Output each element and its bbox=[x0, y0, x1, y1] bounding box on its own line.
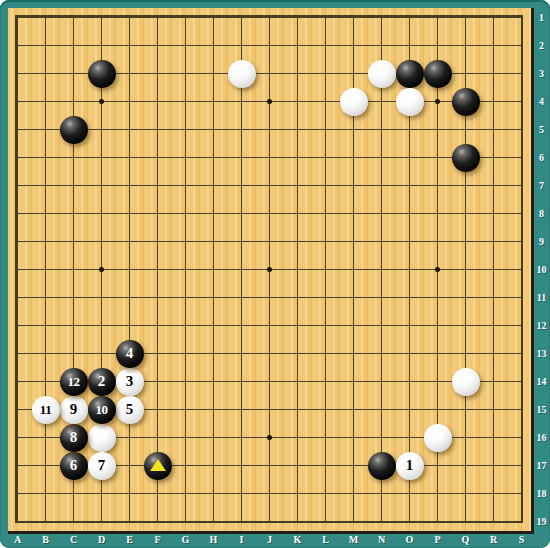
stone-black-p3 bbox=[424, 60, 452, 88]
stone-white-b15: 11 bbox=[32, 396, 60, 424]
row-label-8: 8 bbox=[534, 207, 549, 221]
row-label-10: 10 bbox=[534, 263, 549, 277]
star-point bbox=[435, 267, 440, 272]
column-label-i: I bbox=[240, 533, 244, 547]
row-label-2: 2 bbox=[534, 39, 549, 53]
column-label-d: D bbox=[98, 533, 105, 547]
go-diagram-window: 123456789101112 ABCDEFGHIJKLMNOPQRS12345… bbox=[0, 0, 550, 548]
stone-black-c5 bbox=[60, 116, 88, 144]
star-point bbox=[267, 435, 272, 440]
column-label-a: A bbox=[14, 533, 21, 547]
move-number-6: 6 bbox=[70, 458, 78, 473]
column-label-o: O bbox=[406, 533, 414, 547]
row-label-1: 1 bbox=[534, 11, 549, 25]
stone-white-i3 bbox=[228, 60, 256, 88]
row-label-19: 19 bbox=[534, 515, 549, 529]
stone-white-e14: 3 bbox=[116, 368, 144, 396]
row-label-3: 3 bbox=[534, 67, 549, 81]
row-label-11: 11 bbox=[534, 291, 549, 305]
row-label-12: 12 bbox=[534, 319, 549, 333]
column-label-j: J bbox=[267, 533, 272, 547]
row-label-15: 15 bbox=[534, 403, 549, 417]
stone-black-q6 bbox=[452, 144, 480, 172]
stone-black-c14: 12 bbox=[60, 368, 88, 396]
star-point bbox=[99, 99, 104, 104]
star-point bbox=[267, 99, 272, 104]
column-label-n: N bbox=[378, 533, 385, 547]
column-label-m: M bbox=[349, 533, 358, 547]
stone-black-o3 bbox=[396, 60, 424, 88]
row-label-16: 16 bbox=[534, 431, 549, 445]
column-label-q: Q bbox=[462, 533, 470, 547]
star-point bbox=[99, 267, 104, 272]
column-label-l: L bbox=[322, 533, 329, 547]
column-label-k: K bbox=[294, 533, 302, 547]
row-label-5: 5 bbox=[534, 123, 549, 137]
column-label-h: H bbox=[210, 533, 218, 547]
move-number-5: 5 bbox=[126, 402, 134, 417]
row-label-7: 7 bbox=[534, 179, 549, 193]
stone-white-q14 bbox=[452, 368, 480, 396]
column-label-e: E bbox=[126, 533, 133, 547]
star-point bbox=[267, 267, 272, 272]
stone-black-q4 bbox=[452, 88, 480, 116]
stone-black-c16: 8 bbox=[60, 424, 88, 452]
stone-black-d3 bbox=[88, 60, 116, 88]
row-label-18: 18 bbox=[534, 487, 549, 501]
move-number-8: 8 bbox=[70, 430, 78, 445]
stone-white-e15: 5 bbox=[116, 396, 144, 424]
column-label-c: C bbox=[70, 533, 77, 547]
column-label-p: P bbox=[434, 533, 440, 547]
move-number-9: 9 bbox=[70, 402, 78, 417]
stone-black-e13: 4 bbox=[116, 340, 144, 368]
column-label-f: F bbox=[154, 533, 160, 547]
move-number-10: 10 bbox=[96, 403, 108, 416]
stone-black-c17: 6 bbox=[60, 452, 88, 480]
column-label-b: B bbox=[42, 533, 49, 547]
stone-black-d14: 2 bbox=[88, 368, 116, 396]
column-label-s: S bbox=[519, 533, 525, 547]
stone-white-p16 bbox=[424, 424, 452, 452]
stone-white-c15: 9 bbox=[60, 396, 88, 424]
row-label-17: 17 bbox=[534, 459, 549, 473]
column-label-g: G bbox=[182, 533, 190, 547]
stone-black-n17 bbox=[368, 452, 396, 480]
stone-black-f17 bbox=[144, 452, 172, 480]
move-number-7: 7 bbox=[98, 458, 106, 473]
move-number-4: 4 bbox=[126, 346, 134, 361]
stone-white-d16 bbox=[88, 424, 116, 452]
stone-white-n3 bbox=[368, 60, 396, 88]
stone-white-m4 bbox=[340, 88, 368, 116]
move-number-12: 12 bbox=[68, 375, 80, 388]
move-number-1: 1 bbox=[406, 458, 414, 473]
row-label-9: 9 bbox=[534, 235, 549, 249]
column-label-r: R bbox=[490, 533, 497, 547]
triangle-marker bbox=[150, 459, 166, 471]
row-label-4: 4 bbox=[534, 95, 549, 109]
stone-white-o4 bbox=[396, 88, 424, 116]
star-point bbox=[435, 99, 440, 104]
stone-white-o17: 1 bbox=[396, 452, 424, 480]
move-number-3: 3 bbox=[126, 374, 134, 389]
board[interactable]: 123456789101112 bbox=[8, 8, 534, 534]
row-label-14: 14 bbox=[534, 375, 549, 389]
move-number-2: 2 bbox=[98, 374, 106, 389]
row-label-6: 6 bbox=[534, 151, 549, 165]
stone-black-d15: 10 bbox=[88, 396, 116, 424]
row-label-13: 13 bbox=[534, 347, 549, 361]
stone-white-d17: 7 bbox=[88, 452, 116, 480]
move-number-11: 11 bbox=[40, 403, 51, 416]
